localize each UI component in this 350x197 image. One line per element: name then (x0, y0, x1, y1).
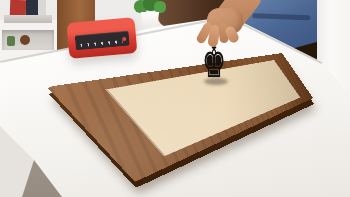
photo-scene: ♚ (0, 0, 350, 197)
